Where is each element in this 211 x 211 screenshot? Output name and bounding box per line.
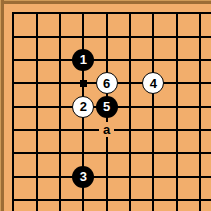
intersection-7-6: [165, 142, 188, 165]
intersection-3-1: [72, 25, 95, 48]
star-point-icon: [80, 80, 87, 87]
intersection-4-4: 5: [95, 95, 118, 118]
intersection-6-7: [142, 165, 165, 188]
intersection-4-3: 6: [95, 72, 118, 95]
intersection-2-4: [48, 95, 71, 118]
intersection-1-5: [25, 118, 48, 141]
intersection-1-8: [25, 188, 48, 211]
intersection-4-8: [95, 188, 118, 211]
intersection-3-6: [72, 142, 95, 165]
intersection-4-1: [95, 25, 118, 48]
intersection-2-8: [48, 188, 71, 211]
intersection-7-2: [165, 48, 188, 71]
intersection-3-4: 2: [72, 95, 95, 118]
intersection-5-6: [118, 142, 141, 165]
black-stone-1: 1: [72, 49, 94, 71]
intersection-6-2: [142, 48, 165, 71]
intersection-4-6: [95, 142, 118, 165]
intersection-7-1: [165, 25, 188, 48]
point-label-a: a: [99, 122, 114, 137]
intersection-3-2: 1: [72, 48, 95, 71]
intersection-8-4: [188, 95, 211, 118]
intersection-8-5: [188, 118, 211, 141]
intersection-0-6: [2, 142, 25, 165]
intersection-0-5: [2, 118, 25, 141]
white-stone-4: 4: [142, 72, 164, 94]
intersection-0-3: [2, 72, 25, 95]
intersection-5-8: [118, 188, 141, 211]
go-grid: 16425a3: [2, 2, 211, 211]
intersection-6-1: [142, 25, 165, 48]
intersection-7-7: [165, 165, 188, 188]
intersection-2-7: [48, 165, 71, 188]
intersection-7-0: [165, 2, 188, 25]
intersection-1-4: [25, 95, 48, 118]
intersection-6-8: [142, 188, 165, 211]
intersection-0-2: [2, 48, 25, 71]
intersection-5-2: [118, 48, 141, 71]
board-frame-left: [0, 0, 4, 211]
intersection-8-8: [188, 188, 211, 211]
intersection-4-7: [95, 165, 118, 188]
intersection-3-3: [72, 72, 95, 95]
intersection-5-7: [118, 165, 141, 188]
intersection-4-2: [95, 48, 118, 71]
intersection-0-0: [2, 2, 25, 25]
intersection-2-1: [48, 25, 71, 48]
intersection-1-6: [25, 142, 48, 165]
intersection-1-3: [25, 72, 48, 95]
intersection-7-8: [165, 188, 188, 211]
go-board-diagram: 16425a3: [0, 0, 211, 211]
intersection-3-8: [72, 188, 95, 211]
intersection-2-0: [48, 2, 71, 25]
intersection-2-2: [48, 48, 71, 71]
intersection-5-1: [118, 25, 141, 48]
intersection-8-1: [188, 25, 211, 48]
intersection-6-4: [142, 95, 165, 118]
intersection-0-7: [2, 165, 25, 188]
board-frame-top: [0, 0, 211, 4]
intersection-1-1: [25, 25, 48, 48]
intersection-7-4: [165, 95, 188, 118]
intersection-7-3: [165, 72, 188, 95]
intersection-8-0: [188, 2, 211, 25]
intersection-6-0: [142, 2, 165, 25]
intersection-8-3: [188, 72, 211, 95]
intersection-6-5: [142, 118, 165, 141]
white-stone-6: 6: [96, 72, 118, 94]
black-stone-5: 5: [96, 96, 118, 118]
intersection-8-7: [188, 165, 211, 188]
black-stone-3: 3: [72, 166, 94, 188]
intersection-3-5: [72, 118, 95, 141]
intersection-2-5: [48, 118, 71, 141]
intersection-3-0: [72, 2, 95, 25]
intersection-7-5: [165, 118, 188, 141]
intersection-5-4: [118, 95, 141, 118]
intersection-0-1: [2, 25, 25, 48]
white-stone-2: 2: [72, 96, 94, 118]
intersection-5-5: [118, 118, 141, 141]
intersection-4-5: a: [95, 118, 118, 141]
intersection-5-3: [118, 72, 141, 95]
intersection-3-7: 3: [72, 165, 95, 188]
intersection-8-2: [188, 48, 211, 71]
intersection-1-2: [25, 48, 48, 71]
intersection-6-3: 4: [142, 72, 165, 95]
intersection-1-7: [25, 165, 48, 188]
intersection-0-8: [2, 188, 25, 211]
intersection-4-0: [95, 2, 118, 25]
intersection-2-6: [48, 142, 71, 165]
intersection-5-0: [118, 2, 141, 25]
intersection-8-6: [188, 142, 211, 165]
intersection-0-4: [2, 95, 25, 118]
intersection-2-3: [48, 72, 71, 95]
intersection-6-6: [142, 142, 165, 165]
intersection-1-0: [25, 2, 48, 25]
